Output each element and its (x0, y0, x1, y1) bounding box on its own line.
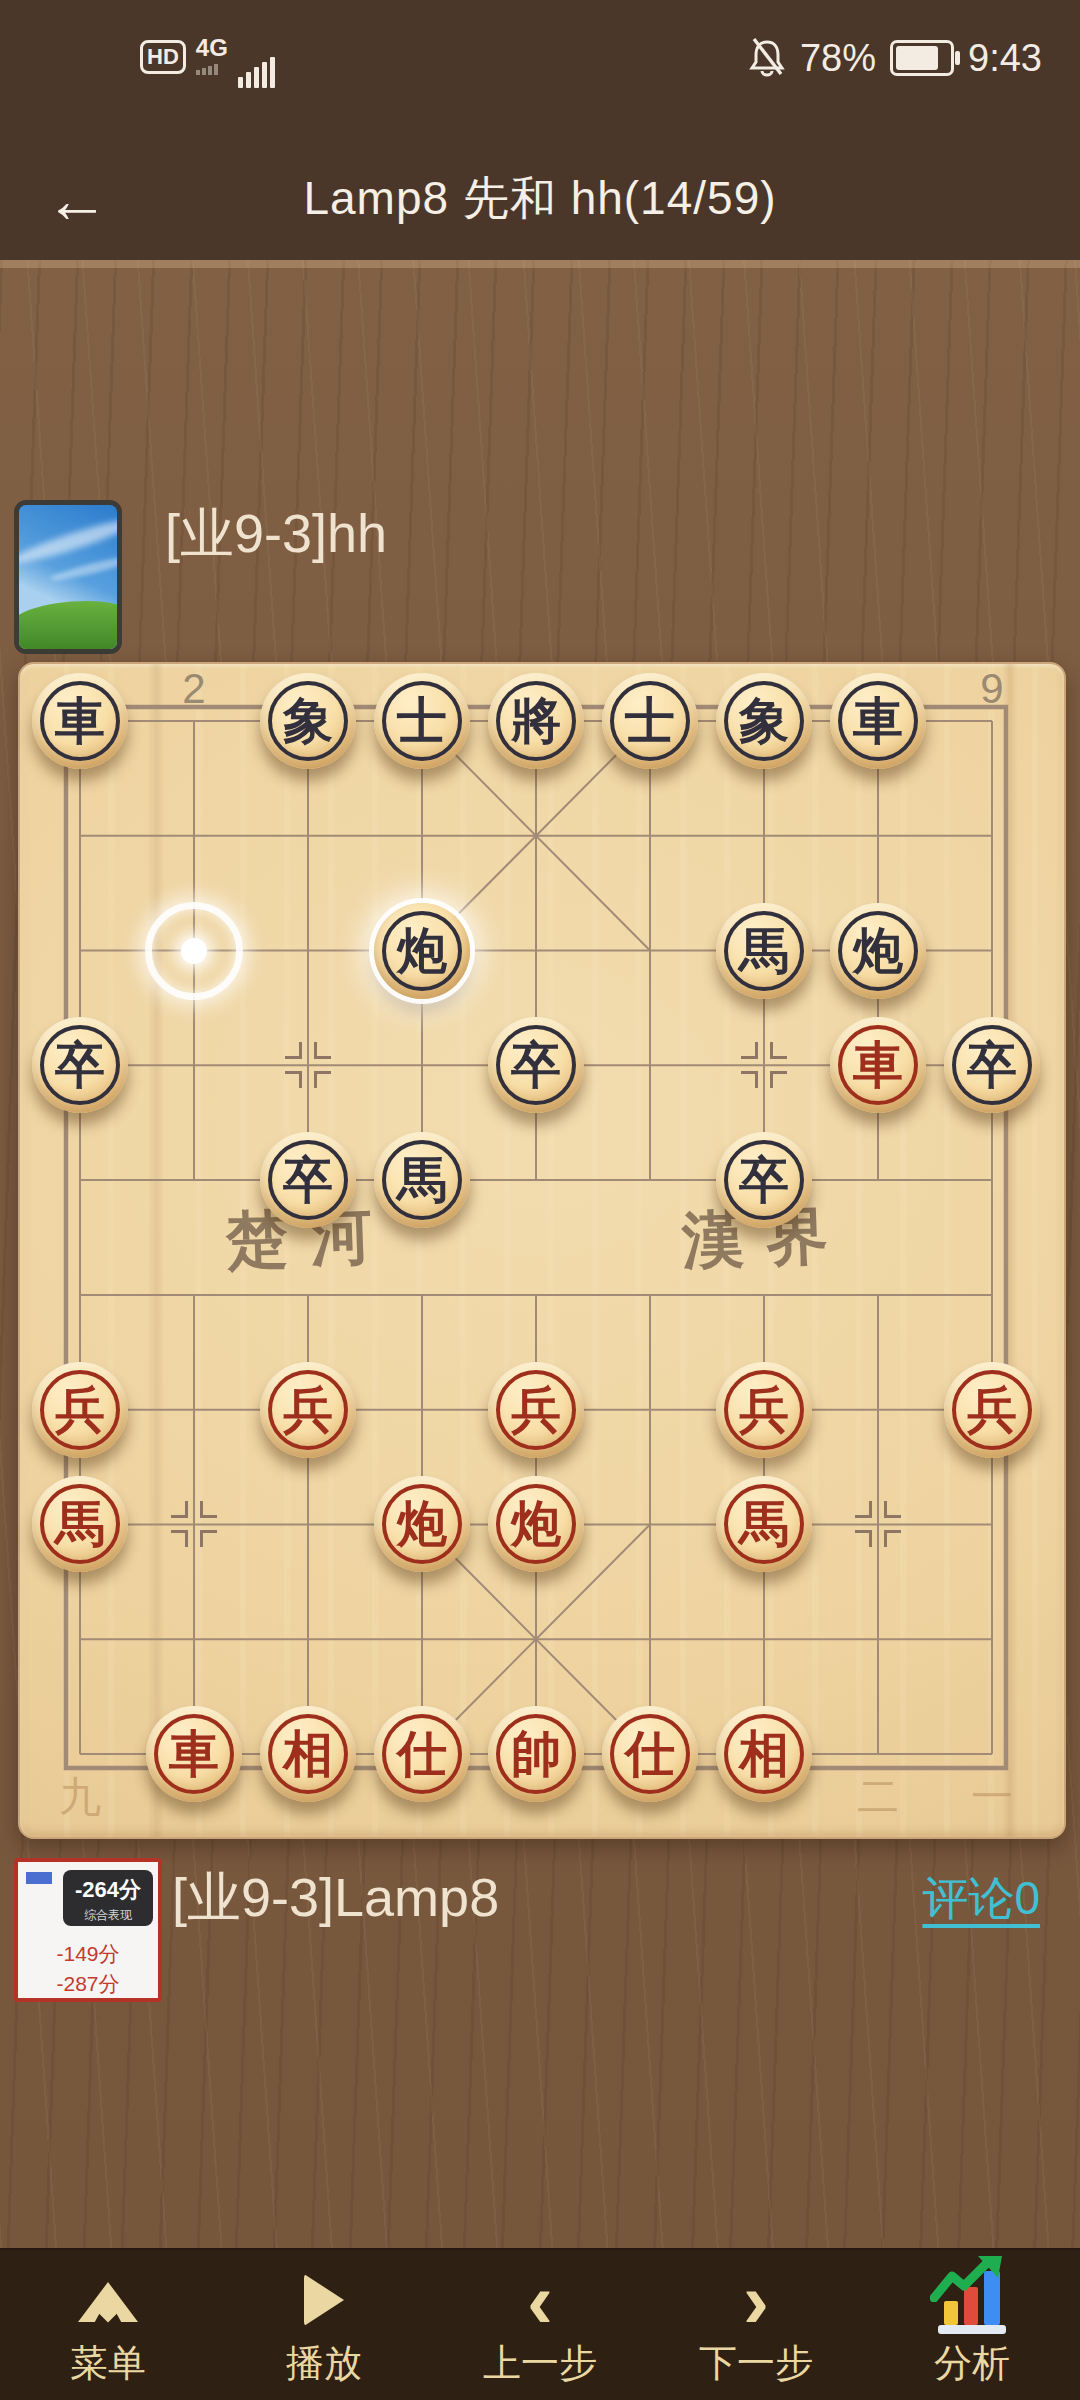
piece-red-帥[interactable]: 帥 (488, 1706, 584, 1802)
piece-glyph: 車 (169, 1729, 219, 1779)
piece-glyph: 馬 (397, 1155, 447, 1205)
piece-ring: 馬 (382, 1140, 462, 1220)
play-button[interactable]: 播放 (216, 2250, 432, 2400)
piece-glyph: 馬 (739, 1499, 789, 1549)
piece-red-馬[interactable]: 馬 (716, 1476, 812, 1572)
piece-glyph: 士 (397, 696, 447, 746)
piece-glyph: 兵 (55, 1385, 105, 1435)
signal-bars-icon (238, 42, 275, 88)
piece-glyph: 兵 (739, 1385, 789, 1435)
piece-red-仕[interactable]: 仕 (602, 1706, 698, 1802)
next-step-icon: › (743, 2264, 769, 2336)
play-icon (304, 2264, 344, 2336)
piece-black-車[interactable]: 車 (830, 673, 926, 769)
piece-ring: 士 (610, 681, 690, 761)
piece-glyph: 卒 (283, 1155, 333, 1205)
status-right-group: 78% 9:43 (748, 36, 1042, 80)
prev-step-icon: ‹ (527, 2264, 553, 2336)
piece-ring: 馬 (724, 1484, 804, 1564)
play-label: 播放 (286, 2338, 362, 2389)
piece-ring: 兵 (496, 1370, 576, 1450)
piece-red-兵[interactable]: 兵 (716, 1362, 812, 1458)
piece-ring: 卒 (724, 1140, 804, 1220)
piece-glyph: 兵 (283, 1385, 333, 1435)
piece-ring: 馬 (40, 1484, 120, 1564)
piece-black-象[interactable]: 象 (260, 673, 356, 769)
piece-ring: 炮 (496, 1484, 576, 1564)
piece-black-士[interactable]: 士 (602, 673, 698, 769)
piece-black-象[interactable]: 象 (716, 673, 812, 769)
menu-icon (78, 2264, 138, 2336)
piece-ring: 將 (496, 681, 576, 761)
piece-ring: 象 (724, 681, 804, 761)
pieces-layer: 車象士將士象車炮馬炮卒卒車卒卒馬卒兵兵兵兵兵馬炮炮馬車相仕帥仕相 (20, 664, 1064, 1837)
wood-highlight-strip (0, 260, 1080, 268)
analysis-chart-icon (938, 2264, 1006, 2336)
piece-glyph: 卒 (967, 1040, 1017, 1090)
screen: { "game": "xiangqi", "position": { "fen"… (0, 0, 1080, 2400)
status-bar: HD 4G 78% 9:43 (0, 0, 1080, 140)
piece-ring: 仕 (610, 1714, 690, 1794)
piece-red-相[interactable]: 相 (716, 1706, 812, 1802)
piece-ring: 馬 (724, 911, 804, 991)
bottom-toolbar: 菜单 播放 ‹ 上一步 › 下一步 分析 (0, 2248, 1080, 2400)
piece-black-車[interactable]: 車 (32, 673, 128, 769)
piece-ring: 卒 (496, 1025, 576, 1105)
next-step-label: 下一步 (699, 2338, 813, 2389)
network-indicator: 4G (196, 36, 228, 75)
piece-ring: 卒 (268, 1140, 348, 1220)
piece-ring: 炮 (382, 1484, 462, 1564)
piece-ring: 相 (268, 1714, 348, 1794)
piece-glyph: 兵 (511, 1385, 561, 1435)
piece-red-炮[interactable]: 炮 (374, 1476, 470, 1572)
page-title: Lamp8 先和 hh(14/59) (0, 140, 1080, 260)
piece-glyph: 馬 (55, 1499, 105, 1549)
piece-glyph: 炮 (853, 926, 903, 976)
avatar-thumb-score: -264分 (63, 1875, 153, 1905)
piece-black-炮[interactable]: 炮 (374, 903, 470, 999)
piece-glyph: 士 (625, 696, 675, 746)
piece-ring: 卒 (40, 1025, 120, 1105)
piece-black-卒[interactable]: 卒 (944, 1017, 1040, 1113)
previous-step-label: 上一步 (483, 2338, 597, 2389)
piece-glyph: 卒 (511, 1040, 561, 1090)
piece-ring: 車 (838, 681, 918, 761)
piece-glyph: 相 (739, 1729, 789, 1779)
comments-link[interactable]: 评论0 (922, 1868, 1040, 1930)
notifications-muted-icon (748, 36, 786, 80)
piece-black-卒[interactable]: 卒 (488, 1017, 584, 1113)
avatar-thumb-tooltip: -264分 综合表现 (63, 1870, 153, 1926)
piece-ring: 相 (724, 1714, 804, 1794)
piece-red-仕[interactable]: 仕 (374, 1706, 470, 1802)
piece-ring: 士 (382, 681, 462, 761)
piece-red-車[interactable]: 車 (146, 1706, 242, 1802)
avatar-black-player[interactable] (14, 500, 122, 654)
piece-red-兵[interactable]: 兵 (944, 1362, 1040, 1458)
hd-badge-icon: HD (140, 40, 186, 74)
piece-ring: 兵 (724, 1370, 804, 1450)
piece-black-士[interactable]: 士 (374, 673, 470, 769)
piece-red-兵[interactable]: 兵 (260, 1362, 356, 1458)
menu-label: 菜单 (70, 2338, 146, 2389)
piece-glyph: 車 (55, 696, 105, 746)
piece-red-兵[interactable]: 兵 (32, 1362, 128, 1458)
piece-glyph: 帥 (511, 1729, 561, 1779)
piece-red-車[interactable]: 車 (830, 1017, 926, 1113)
battery-percent: 78% (800, 37, 876, 80)
piece-ring: 車 (40, 681, 120, 761)
piece-black-炮[interactable]: 炮 (830, 903, 926, 999)
piece-black-卒[interactable]: 卒 (716, 1132, 812, 1228)
piece-glyph: 炮 (397, 1499, 447, 1549)
piece-glyph: 車 (853, 696, 903, 746)
piece-glyph: 象 (739, 696, 789, 746)
piece-ring: 兵 (268, 1370, 348, 1450)
piece-glyph: 兵 (967, 1385, 1017, 1435)
piece-glyph: 仕 (625, 1729, 675, 1779)
piece-ring: 帥 (496, 1714, 576, 1794)
clock: 9:43 (968, 37, 1042, 80)
battery-icon (890, 40, 954, 76)
piece-ring: 炮 (382, 911, 462, 991)
piece-ring: 仕 (382, 1714, 462, 1794)
red-player-name: [业9-3]Lamp8 (172, 1862, 499, 1935)
menu-button[interactable]: 菜单 (0, 2250, 216, 2400)
avatar-hill (14, 601, 122, 653)
piece-black-卒[interactable]: 卒 (260, 1132, 356, 1228)
status-left-group: HD 4G (140, 40, 275, 88)
piece-ring: 炮 (838, 911, 918, 991)
piece-glyph: 象 (283, 696, 333, 746)
piece-red-相[interactable]: 相 (260, 1706, 356, 1802)
previous-step-button[interactable]: ‹ 上一步 (432, 2250, 648, 2400)
piece-ring: 車 (154, 1714, 234, 1794)
avatar-thumb-bluebar (26, 1872, 52, 1884)
sim2-signal-icon (196, 64, 218, 75)
piece-ring: 兵 (952, 1370, 1032, 1450)
piece-glyph: 馬 (739, 926, 789, 976)
avatar-thumb-caption: 综合表现 (63, 1907, 153, 1924)
network-type-label: 4G (196, 36, 228, 60)
piece-black-卒[interactable]: 卒 (32, 1017, 128, 1113)
xiangqi-board[interactable]: 楚河 漢界 車象士將士象車炮馬炮卒卒車卒卒馬卒兵兵兵兵兵馬炮炮馬車相仕帥仕相 2… (18, 662, 1066, 1839)
piece-ring: 車 (838, 1025, 918, 1105)
piece-glyph: 將 (511, 696, 561, 746)
black-player-name: [业9-3]hh (165, 498, 387, 571)
piece-ring: 卒 (952, 1025, 1032, 1105)
piece-black-馬[interactable]: 馬 (716, 903, 812, 999)
piece-glyph: 炮 (397, 926, 447, 976)
piece-red-炮[interactable]: 炮 (488, 1476, 584, 1572)
avatar-thumb-line3: -287分 (28, 1970, 148, 1998)
avatar-cloud (49, 552, 122, 583)
analysis-button[interactable]: 分析 (864, 2250, 1080, 2400)
piece-glyph: 車 (853, 1040, 903, 1090)
avatar-red-player[interactable]: -264分 综合表现 -149分 -287分 (14, 1858, 162, 2002)
piece-glyph: 相 (283, 1729, 333, 1779)
next-step-button[interactable]: › 下一步 (648, 2250, 864, 2400)
piece-ring: 兵 (40, 1370, 120, 1450)
piece-glyph: 卒 (55, 1040, 105, 1090)
piece-glyph: 仕 (397, 1729, 447, 1779)
avatar-thumb-line2: -149分 (28, 1940, 148, 1968)
piece-black-將[interactable]: 將 (488, 673, 584, 769)
piece-black-馬[interactable]: 馬 (374, 1132, 470, 1228)
piece-glyph: 炮 (511, 1499, 561, 1549)
piece-ring: 象 (268, 681, 348, 761)
piece-red-兵[interactable]: 兵 (488, 1362, 584, 1458)
piece-red-馬[interactable]: 馬 (32, 1476, 128, 1572)
piece-glyph: 卒 (739, 1155, 789, 1205)
analysis-label: 分析 (934, 2338, 1010, 2389)
nav-bar: ← Lamp8 先和 hh(14/59) (0, 140, 1080, 260)
